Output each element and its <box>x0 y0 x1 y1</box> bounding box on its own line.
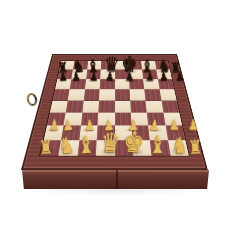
square-f1 <box>132 140 151 156</box>
square-d2 <box>97 126 115 140</box>
square-c8 <box>87 61 101 70</box>
square-f7 <box>128 70 143 79</box>
square-e4 <box>115 100 131 112</box>
square-d6 <box>100 79 115 89</box>
square-d5 <box>99 89 115 100</box>
square-c1 <box>77 140 96 156</box>
square-c7 <box>86 70 101 79</box>
square-c6 <box>85 79 100 89</box>
square-d4 <box>98 100 114 112</box>
piece-white-rook-h1: ♜ <box>188 137 203 157</box>
cell-h6 <box>173 82 189 91</box>
square-h5 <box>159 89 176 100</box>
square-c3 <box>81 113 99 126</box>
chess-set-product-photo: ♜♞♝♛♚♝♞♜♟♟♟♟♟♟♟♟♟♟♟♟♟♟♟♟♜♞♝♛♚♝♞♜ <box>0 0 230 230</box>
square-f3 <box>131 113 149 126</box>
square-h4 <box>161 100 179 112</box>
cell-h4 <box>177 100 194 110</box>
square-e6 <box>115 79 130 89</box>
board-squares <box>39 60 190 156</box>
square-d7 <box>100 70 114 79</box>
square-h8 <box>155 61 170 70</box>
square-e3 <box>115 113 132 126</box>
square-h7 <box>156 70 172 79</box>
square-f6 <box>129 79 144 89</box>
square-b3 <box>64 113 82 126</box>
square-f5 <box>130 89 146 100</box>
square-e7 <box>115 70 129 79</box>
square-c4 <box>82 100 99 112</box>
square-d8 <box>101 61 115 70</box>
square-b6 <box>70 79 86 89</box>
square-f2 <box>131 126 149 140</box>
square-b5 <box>68 89 85 100</box>
cell-h2: ♟ <box>181 121 200 133</box>
square-d3 <box>98 113 115 126</box>
piece-black-pawn-h7: ♟ <box>175 71 185 84</box>
box-front-panel <box>22 170 209 189</box>
square-h6 <box>158 79 175 89</box>
square-c5 <box>84 89 100 100</box>
square-b4 <box>66 100 84 112</box>
square-f4 <box>130 100 147 112</box>
scene: ♜♞♝♛♚♝♞♜♟♟♟♟♟♟♟♟♟♟♟♟♟♟♟♟♜♞♝♛♚♝♞♜ <box>0 0 230 230</box>
cell-h7: ♟ <box>171 74 186 82</box>
square-d1 <box>96 140 115 156</box>
square-e1 <box>115 140 134 156</box>
square-h3 <box>163 113 182 126</box>
square-e8 <box>115 61 129 70</box>
piece-white-pawn-h2: ♟ <box>188 119 198 133</box>
square-e5 <box>115 89 131 100</box>
square-e2 <box>115 126 133 140</box>
square-c2 <box>79 126 98 140</box>
square-b8 <box>73 61 88 70</box>
square-b1 <box>59 140 79 156</box>
square-h2 <box>165 126 185 140</box>
square-b7 <box>72 70 87 79</box>
square-h1 <box>168 140 189 156</box>
square-f8 <box>128 61 142 70</box>
square-b2 <box>61 126 80 140</box>
chessboard-box-top: ♜♞♝♛♚♝♞♜♟♟♟♟♟♟♟♟♟♟♟♟♟♟♟♟♜♞♝♛♚♝♞♜ <box>21 54 208 170</box>
